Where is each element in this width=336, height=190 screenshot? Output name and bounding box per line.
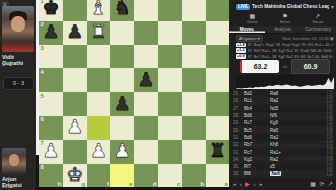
move-number: 32. bbox=[233, 142, 244, 147]
white-pawn[interactable]: ♟ bbox=[42, 141, 59, 160]
black-move[interactable]: d5 bbox=[270, 164, 296, 169]
square-g7[interactable] bbox=[63, 140, 87, 164]
square-e7[interactable]: ♟ bbox=[110, 140, 134, 164]
rank-label: 7 bbox=[41, 140, 44, 146]
white-move[interactable]: Bd6 bbox=[244, 135, 270, 140]
file-label: c bbox=[177, 181, 180, 187]
square-b6[interactable] bbox=[182, 116, 206, 140]
file-label: f bbox=[107, 181, 109, 187]
file-label: h bbox=[58, 181, 62, 187]
square-f7[interactable]: ♟ bbox=[87, 140, 111, 164]
white-move[interactable]: Kg2 bbox=[244, 157, 270, 162]
square-g4[interactable] bbox=[63, 68, 87, 92]
square-f1[interactable]: ♝ bbox=[87, 0, 111, 21]
square-b8[interactable]: b bbox=[182, 164, 206, 188]
eval-badge: +1.8 bbox=[236, 43, 246, 48]
nav-game[interactable]: ▦Game bbox=[236, 12, 269, 25]
square-f4[interactable] bbox=[87, 68, 111, 92]
white-move[interactable]: Rf7 bbox=[244, 164, 270, 169]
first-move-button[interactable]: « bbox=[233, 179, 236, 189]
move-row: 29.Rc7Kg81:361:30 bbox=[233, 119, 333, 126]
square-g2[interactable]: ♟ bbox=[63, 21, 87, 45]
move-row: 31.Bd6Ra21:271:22 bbox=[233, 134, 333, 141]
square-b2[interactable] bbox=[182, 21, 206, 45]
engine-lines: +1.837. Bxg7+ Nxg7 38. Rxg7 Kxg7 39. Kf1… bbox=[236, 42, 334, 60]
filter-row: All games ▾ Wed, December 04, 15:46 ▣ bbox=[236, 35, 334, 41]
calendar-icon[interactable]: ▣ bbox=[330, 36, 334, 41]
move-row: 33.Rc7Ra1+1:181:13 bbox=[233, 148, 333, 155]
rank-label: 2 bbox=[41, 21, 44, 27]
black-move[interactable]: Nd5 bbox=[270, 106, 296, 111]
engine-line-1[interactable]: +1.837. Bxg7+ Nxg7 38. Rxg7 Kxg7 39. Kf1… bbox=[236, 42, 334, 48]
black-move[interactable]: Kg8 bbox=[270, 120, 296, 125]
player-sidebar: ≡ Vidit Gujrathi 2747 0 - 3 Arjun Erigai… bbox=[0, 0, 36, 190]
black-move[interactable]: Ra8 bbox=[270, 91, 296, 96]
square-e8[interactable]: e bbox=[110, 164, 134, 188]
move-number: 36. bbox=[233, 171, 244, 176]
square-d3[interactable] bbox=[134, 45, 158, 69]
square-b1[interactable] bbox=[182, 0, 206, 21]
chevron-down-icon[interactable]: ▾ bbox=[331, 3, 334, 10]
white-move[interactable]: Bd2 bbox=[244, 91, 270, 96]
square-f3[interactable] bbox=[87, 45, 111, 69]
square-g6[interactable]: ♟ bbox=[63, 116, 87, 140]
white-pawn[interactable]: ♟ bbox=[90, 141, 107, 160]
square-e3[interactable] bbox=[110, 45, 134, 69]
move-number: 34. bbox=[233, 157, 244, 162]
avatar-detail bbox=[11, 16, 25, 32]
white-bishop[interactable]: ♝ bbox=[90, 0, 107, 17]
square-h3[interactable]: 3 bbox=[39, 45, 63, 69]
white-move[interactable]: Bb4 bbox=[244, 106, 270, 111]
square-c1[interactable] bbox=[158, 0, 182, 21]
square-a6[interactable] bbox=[206, 116, 230, 140]
square-a8[interactable]: a bbox=[206, 164, 230, 188]
play-button[interactable]: ▶ bbox=[245, 179, 250, 189]
evaluation-graph[interactable] bbox=[236, 75, 334, 89]
square-d6[interactable] bbox=[134, 116, 158, 140]
square-e4[interactable] bbox=[110, 68, 134, 92]
rank-label: 5 bbox=[41, 93, 44, 99]
panel-nav: ▦Game⚑Event↗Social bbox=[236, 12, 334, 25]
square-d2[interactable] bbox=[134, 21, 158, 45]
player-bottom-avatar bbox=[2, 148, 26, 174]
square-h8[interactable]: 8h bbox=[39, 164, 63, 188]
engine-line-moves: 37. Bxg7+ Nxg7 38. Rxg7 Kxg7 39. Kf1 Ra1… bbox=[248, 43, 332, 47]
square-c2[interactable] bbox=[158, 21, 182, 45]
chevron-right-icon: › bbox=[333, 48, 334, 53]
square-d8[interactable]: d bbox=[134, 164, 158, 188]
file-label: e bbox=[129, 181, 132, 187]
square-a7[interactable]: ♜ bbox=[206, 140, 230, 164]
player-top-avatar bbox=[2, 6, 34, 52]
square-c6[interactable] bbox=[158, 116, 182, 140]
prev-move-button[interactable]: ‹ bbox=[240, 179, 242, 189]
black-move[interactable]: Ra5 bbox=[270, 128, 296, 133]
move-number: 35. bbox=[233, 164, 244, 169]
square-g1[interactable] bbox=[63, 0, 87, 21]
square-e6[interactable] bbox=[110, 116, 134, 140]
move-row: 26.Rc1Ra21:521:47 bbox=[233, 97, 333, 104]
square-h4[interactable]: 4 bbox=[39, 68, 63, 92]
square-a4[interactable] bbox=[206, 68, 230, 92]
chess-board[interactable]: ♚1♝♞♟2♟♜34♟5♟6♟♟7♟♟♜8h♚gfedcba bbox=[39, 0, 229, 187]
square-h1[interactable]: ♚1 bbox=[39, 0, 63, 21]
black-king[interactable]: ♚ bbox=[42, 0, 59, 17]
move-row: 28.Bd6Nf61:411:36 bbox=[233, 112, 333, 119]
player-top-rating: 2747 bbox=[2, 61, 36, 67]
square-f2[interactable]: ♜ bbox=[87, 21, 111, 45]
black-move[interactable]: Nf6 bbox=[270, 113, 296, 118]
rank-label: 6 bbox=[41, 116, 44, 122]
square-d4[interactable]: ♟ bbox=[134, 68, 158, 92]
event-header[interactable]: LIVE Tech Mahindra Global Chess League 2… bbox=[236, 2, 334, 11]
move-row: 25.Bd2Ra81:581:52 bbox=[233, 90, 333, 97]
app-window: ≡ Vidit Gujrathi 2747 0 - 3 Arjun Erigai… bbox=[0, 0, 336, 190]
square-d7[interactable] bbox=[134, 140, 158, 164]
flip-board-icon[interactable]: ⟳ bbox=[319, 179, 324, 189]
tab-commentary[interactable]: Commentary bbox=[300, 26, 336, 33]
black-pawn[interactable]: ♟ bbox=[42, 22, 59, 41]
engine-line-2[interactable]: +1.337. Rd7 Ra1+ 38. Kg2 Ra2 39. Rxd5 Nf… bbox=[236, 48, 334, 54]
square-a1[interactable] bbox=[206, 0, 230, 21]
match-score-box: 0 - 3 bbox=[3, 77, 34, 90]
event-title: Tech Mahindra Global Chess League 2024 bbox=[252, 4, 329, 9]
white-move[interactable]: Rb7 bbox=[244, 142, 270, 147]
square-g5[interactable] bbox=[63, 92, 87, 116]
white-pawn[interactable]: ♟ bbox=[114, 141, 131, 160]
square-d1[interactable] bbox=[134, 0, 158, 21]
board-layout-icon[interactable]: ▦ bbox=[310, 179, 316, 189]
square-c8[interactable]: c bbox=[158, 164, 182, 188]
move-number: 30. bbox=[233, 128, 244, 133]
white-move[interactable]: Rc7 bbox=[244, 150, 270, 155]
move-row: 35.Rf7d51:101:05 bbox=[233, 163, 333, 170]
rank-label: 8 bbox=[41, 164, 44, 170]
square-f5[interactable] bbox=[87, 92, 111, 116]
square-b5[interactable] bbox=[182, 92, 206, 116]
square-g3[interactable] bbox=[63, 45, 87, 69]
move-row: 32.Rb7Kh81:221:17 bbox=[233, 141, 333, 148]
black-pawn[interactable]: ♟ bbox=[66, 22, 83, 41]
square-a5[interactable] bbox=[206, 92, 230, 116]
black-clock: 60.9 bbox=[291, 59, 330, 74]
last-move-button[interactable]: » bbox=[259, 179, 262, 189]
square-b7[interactable] bbox=[182, 140, 206, 164]
file-label: d bbox=[153, 181, 157, 187]
square-d5[interactable] bbox=[134, 92, 158, 116]
black-knight[interactable]: ♞ bbox=[114, 0, 131, 17]
file-label: g bbox=[81, 181, 85, 187]
square-h7[interactable]: ♟7 bbox=[39, 140, 63, 164]
playback-controls: «‹▶›»▦⟳↗ bbox=[233, 179, 333, 189]
white-clock: 63.2 bbox=[240, 60, 279, 73]
white-move[interactable]: Bd6 bbox=[244, 113, 270, 118]
square-e2[interactable] bbox=[110, 21, 134, 45]
avatar-detail bbox=[9, 154, 19, 166]
broadcast-panel: LIVE Tech Mahindra Global Chess League 2… bbox=[229, 0, 336, 190]
square-e1[interactable]: ♞ bbox=[110, 0, 134, 21]
move-number: 26. bbox=[233, 98, 244, 103]
move-row: 36.Bf8Ne81:051:01 bbox=[233, 170, 333, 177]
white-pawn[interactable]: ♟ bbox=[66, 117, 83, 136]
tab-moves[interactable]: Moves bbox=[229, 26, 265, 33]
black-move[interactable]: Ra2 bbox=[270, 157, 296, 162]
square-h6[interactable]: 6 bbox=[39, 116, 63, 140]
move-list[interactable]: 25.Bd2Ra81:581:5226.Rc1Ra21:521:4727.Bb4… bbox=[233, 90, 333, 178]
session-info: Wed, December 04, 15:46 bbox=[282, 36, 329, 41]
nav-event[interactable]: ⚑Event bbox=[269, 12, 302, 25]
black-pawn[interactable]: ♟ bbox=[114, 94, 131, 113]
black-pawn[interactable]: ♟ bbox=[138, 70, 155, 89]
move-number: 31. bbox=[233, 135, 244, 140]
move-row: 30.Bc5Ra51:311:26 bbox=[233, 126, 333, 133]
square-f6[interactable] bbox=[87, 116, 111, 140]
live-badge: LIVE bbox=[236, 4, 250, 10]
move-row: 34.Kg2Ra21:141:09 bbox=[233, 156, 333, 163]
square-h2[interactable]: ♟2 bbox=[39, 21, 63, 45]
tab-analysis[interactable]: Analysis bbox=[265, 26, 301, 33]
move-clocks: 1:051:01 bbox=[326, 170, 333, 177]
nav-social[interactable]: ↗Social bbox=[301, 12, 334, 25]
white-move[interactable]: Bf8 bbox=[244, 171, 270, 176]
move-number: 33. bbox=[233, 150, 244, 155]
square-b3[interactable] bbox=[182, 45, 206, 69]
rank-label: 3 bbox=[41, 45, 44, 51]
square-h5[interactable]: 5 bbox=[39, 92, 63, 116]
white-move[interactable]: Bc5 bbox=[244, 128, 270, 133]
move-number: 28. bbox=[233, 113, 244, 118]
square-f8[interactable]: f bbox=[87, 164, 111, 188]
file-label: b bbox=[200, 181, 204, 187]
square-c3[interactable] bbox=[158, 45, 182, 69]
square-c7[interactable] bbox=[158, 140, 182, 164]
black-move[interactable]: Ra2 bbox=[270, 135, 296, 140]
chevron-right-icon: › bbox=[333, 42, 334, 47]
square-e5[interactable]: ♟ bbox=[110, 92, 134, 116]
black-move[interactable]: Kh8 bbox=[270, 142, 296, 147]
clocks-row: 63.2 vs 60.9 bbox=[236, 59, 334, 74]
next-move-button[interactable]: › bbox=[253, 179, 255, 189]
games-filter-dropdown[interactable]: All games ▾ bbox=[236, 35, 263, 42]
move-number: 25. bbox=[233, 91, 244, 96]
square-a3[interactable] bbox=[206, 45, 230, 69]
rank-label: 1 bbox=[41, 0, 44, 4]
move-row: 27.Bb4Nd51:471:41 bbox=[233, 105, 333, 112]
square-g8[interactable]: ♚g bbox=[63, 164, 87, 188]
move-number: 29. bbox=[233, 120, 244, 125]
black-move[interactable]: Ra1+ bbox=[270, 150, 296, 155]
white-move[interactable]: Rc7 bbox=[244, 120, 270, 125]
white-move[interactable]: Rc1 bbox=[244, 98, 270, 103]
file-label: a bbox=[225, 181, 228, 187]
square-b4[interactable] bbox=[182, 68, 206, 92]
black-move[interactable]: Ra2 bbox=[270, 98, 296, 103]
black-rook[interactable]: ♜ bbox=[209, 141, 226, 160]
eval-badge: +1.3 bbox=[236, 48, 246, 53]
black-move-current[interactable]: Ne8 bbox=[270, 171, 296, 176]
rank-label: 4 bbox=[41, 69, 44, 75]
player-bottom-rating: 2801 bbox=[2, 183, 36, 189]
move-number: 27. bbox=[233, 106, 244, 111]
white-rook[interactable]: ♜ bbox=[90, 22, 107, 41]
engine-line-moves: 37. Rd7 Ra1+ 38. Kg2 Ra2 39. Rxd5 Nf6 40… bbox=[248, 49, 332, 53]
square-c4[interactable] bbox=[158, 68, 182, 92]
square-c5[interactable] bbox=[158, 92, 182, 116]
panel-tabs: MovesAnalysisCommentary bbox=[229, 26, 336, 34]
clock-separator: vs bbox=[283, 64, 287, 69]
square-a2[interactable] bbox=[206, 21, 230, 45]
share-icon[interactable]: ↗ bbox=[328, 179, 333, 189]
